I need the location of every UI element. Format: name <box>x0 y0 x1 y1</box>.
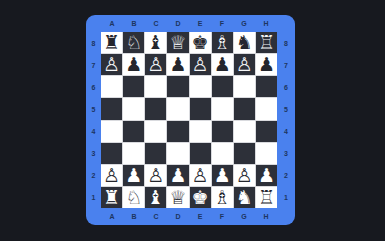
file-label-a: A <box>101 15 123 32</box>
piece-white-pawn[interactable]: ♟ <box>169 166 186 185</box>
square-d8[interactable]: ♕ <box>167 32 188 53</box>
piece-black-pawn[interactable]: ♙ <box>103 55 120 74</box>
square-d4[interactable] <box>167 121 188 142</box>
square-c1[interactable]: ♝ <box>145 187 166 208</box>
chess-board-frame: ABCDEFGH 87654321 ♜♘♝♕♚♗♞♖♙♟♙♟♙♟♙♟♙♟♙♟♙♟… <box>86 15 295 225</box>
piece-black-pawn[interactable]: ♟ <box>214 55 231 74</box>
rank-label-3: 3 <box>86 142 101 164</box>
file-label-d: D <box>167 208 189 225</box>
piece-white-knight[interactable]: ♘ <box>125 188 142 207</box>
piece-black-pawn[interactable]: ♟ <box>169 55 186 74</box>
rank-label-6: 6 <box>86 76 101 98</box>
file-label-f: F <box>211 15 233 32</box>
square-b7[interactable]: ♟ <box>123 54 144 75</box>
square-h6[interactable] <box>256 76 277 97</box>
square-b3[interactable] <box>123 143 144 164</box>
square-c4[interactable] <box>145 121 166 142</box>
piece-white-pawn[interactable]: ♟ <box>258 166 275 185</box>
square-f1[interactable]: ♗ <box>212 187 233 208</box>
square-f3[interactable] <box>212 143 233 164</box>
piece-black-pawn[interactable]: ♟ <box>258 55 275 74</box>
file-label-h: H <box>255 208 277 225</box>
square-c6[interactable] <box>145 76 166 97</box>
square-c3[interactable] <box>145 143 166 164</box>
square-h3[interactable] <box>256 143 277 164</box>
piece-white-pawn[interactable]: ♙ <box>147 166 164 185</box>
square-g6[interactable] <box>234 76 255 97</box>
piece-black-rook[interactable]: ♖ <box>258 33 275 52</box>
square-d1[interactable]: ♕ <box>167 187 188 208</box>
square-g7[interactable]: ♙ <box>234 54 255 75</box>
square-a2[interactable]: ♙ <box>101 165 122 186</box>
file-labels-bottom: ABCDEFGH <box>101 208 277 225</box>
rank-label-6: 6 <box>277 76 295 98</box>
piece-white-knight[interactable]: ♞ <box>236 188 253 207</box>
square-c8[interactable]: ♝ <box>145 32 166 53</box>
square-e5[interactable] <box>190 98 211 119</box>
rank-labels-right: 87654321 <box>277 32 295 208</box>
square-d7[interactable]: ♟ <box>167 54 188 75</box>
rank-label-3: 3 <box>277 142 295 164</box>
square-c2[interactable]: ♙ <box>145 165 166 186</box>
rank-label-4: 4 <box>277 120 295 142</box>
square-a8[interactable]: ♜ <box>101 32 122 53</box>
square-a4[interactable] <box>101 121 122 142</box>
piece-white-rook[interactable]: ♜ <box>103 188 120 207</box>
square-d5[interactable] <box>167 98 188 119</box>
square-b2[interactable]: ♟ <box>123 165 144 186</box>
square-a5[interactable] <box>101 98 122 119</box>
rank-label-4: 4 <box>86 120 101 142</box>
square-g4[interactable] <box>234 121 255 142</box>
square-g3[interactable] <box>234 143 255 164</box>
piece-black-bishop[interactable]: ♝ <box>147 33 164 52</box>
square-e7[interactable]: ♙ <box>190 54 211 75</box>
piece-white-pawn[interactable]: ♟ <box>214 166 231 185</box>
file-label-g: G <box>233 15 255 32</box>
square-e2[interactable]: ♙ <box>190 165 211 186</box>
square-a6[interactable] <box>101 76 122 97</box>
piece-black-queen[interactable]: ♕ <box>169 33 186 52</box>
square-f8[interactable]: ♗ <box>212 32 233 53</box>
piece-black-bishop[interactable]: ♗ <box>214 33 231 52</box>
rank-label-2: 2 <box>86 164 101 186</box>
square-f2[interactable]: ♟ <box>212 165 233 186</box>
square-b8[interactable]: ♘ <box>123 32 144 53</box>
file-label-g: G <box>233 208 255 225</box>
file-label-e: E <box>189 15 211 32</box>
square-h8[interactable]: ♖ <box>256 32 277 53</box>
square-e3[interactable] <box>190 143 211 164</box>
piece-white-king[interactable]: ♚ <box>192 188 209 207</box>
rank-label-5: 5 <box>277 98 295 120</box>
file-label-c: C <box>145 208 167 225</box>
piece-black-pawn[interactable]: ♟ <box>125 55 142 74</box>
piece-white-bishop[interactable]: ♝ <box>147 188 164 207</box>
rank-labels-left: 87654321 <box>86 32 101 208</box>
file-label-f: F <box>211 208 233 225</box>
piece-black-pawn[interactable]: ♙ <box>192 55 209 74</box>
square-a3[interactable] <box>101 143 122 164</box>
piece-black-pawn[interactable]: ♙ <box>236 55 253 74</box>
square-b6[interactable] <box>123 76 144 97</box>
square-h5[interactable] <box>256 98 277 119</box>
piece-black-knight[interactable]: ♞ <box>236 33 253 52</box>
square-g5[interactable] <box>234 98 255 119</box>
square-a1[interactable]: ♜ <box>101 187 122 208</box>
file-label-h: H <box>255 15 277 32</box>
file-label-e: E <box>189 208 211 225</box>
square-g2[interactable]: ♙ <box>234 165 255 186</box>
rank-label-7: 7 <box>86 54 101 76</box>
square-f6[interactable] <box>212 76 233 97</box>
square-d2[interactable]: ♟ <box>167 165 188 186</box>
square-e4[interactable] <box>190 121 211 142</box>
square-b1[interactable]: ♘ <box>123 187 144 208</box>
rank-label-2: 2 <box>277 164 295 186</box>
piece-black-knight[interactable]: ♘ <box>125 33 142 52</box>
square-h4[interactable] <box>256 121 277 142</box>
piece-white-pawn[interactable]: ♟ <box>125 166 142 185</box>
rank-label-8: 8 <box>86 32 101 54</box>
piece-black-king[interactable]: ♚ <box>192 33 209 52</box>
file-label-b: B <box>123 208 145 225</box>
app-background: ABCDEFGH 87654321 ♜♘♝♕♚♗♞♖♙♟♙♟♙♟♙♟♙♟♙♟♙♟… <box>0 0 385 241</box>
square-e8[interactable]: ♚ <box>190 32 211 53</box>
piece-white-queen[interactable]: ♕ <box>169 188 186 207</box>
file-label-d: D <box>167 15 189 32</box>
file-label-a: A <box>101 208 123 225</box>
square-d3[interactable] <box>167 143 188 164</box>
square-f5[interactable] <box>212 98 233 119</box>
chess-board: ♜♘♝♕♚♗♞♖♙♟♙♟♙♟♙♟♙♟♙♟♙♟♙♟♜♘♝♕♚♗♞♖ <box>101 32 277 208</box>
rank-label-1: 1 <box>86 186 101 208</box>
square-h7[interactable]: ♟ <box>256 54 277 75</box>
square-e1[interactable]: ♚ <box>190 187 211 208</box>
square-g8[interactable]: ♞ <box>234 32 255 53</box>
piece-black-pawn[interactable]: ♙ <box>147 55 164 74</box>
square-h2[interactable]: ♟ <box>256 165 277 186</box>
square-f4[interactable] <box>212 121 233 142</box>
file-label-b: B <box>123 15 145 32</box>
square-e6[interactable] <box>190 76 211 97</box>
square-f7[interactable]: ♟ <box>212 54 233 75</box>
piece-white-rook[interactable]: ♖ <box>258 188 275 207</box>
square-b5[interactable] <box>123 98 144 119</box>
file-labels-top: ABCDEFGH <box>101 15 277 32</box>
piece-black-rook[interactable]: ♜ <box>103 33 120 52</box>
square-c5[interactable] <box>145 98 166 119</box>
square-h1[interactable]: ♖ <box>256 187 277 208</box>
square-b4[interactable] <box>123 121 144 142</box>
square-c7[interactable]: ♙ <box>145 54 166 75</box>
piece-white-pawn[interactable]: ♙ <box>236 166 253 185</box>
rank-label-5: 5 <box>86 98 101 120</box>
rank-label-1: 1 <box>277 186 295 208</box>
rank-label-7: 7 <box>277 54 295 76</box>
rank-label-8: 8 <box>277 32 295 54</box>
piece-white-pawn[interactable]: ♙ <box>103 166 120 185</box>
piece-white-pawn[interactable]: ♙ <box>192 166 209 185</box>
file-label-c: C <box>145 15 167 32</box>
piece-white-bishop[interactable]: ♗ <box>214 188 231 207</box>
square-d6[interactable] <box>167 76 188 97</box>
square-g1[interactable]: ♞ <box>234 187 255 208</box>
square-a7[interactable]: ♙ <box>101 54 122 75</box>
